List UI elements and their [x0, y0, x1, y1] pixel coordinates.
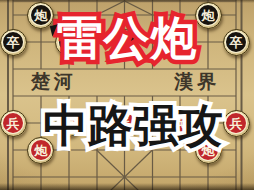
river-label-chu: 楚河: [31, 69, 77, 95]
piece-red-兵[interactable]: 兵: [223, 110, 250, 137]
piece-red-兵[interactable]: 兵: [0, 110, 27, 137]
piece-character: 兵: [3, 113, 23, 133]
piece-black-卒[interactable]: 卒: [0, 29, 27, 56]
subtitle-text: 中路强攻: [43, 99, 223, 152]
piece-character: 炮: [198, 5, 218, 25]
piece-character: 卒: [226, 32, 246, 52]
title-overlay: 雷公炮 雷公炮: [57, 8, 198, 70]
xiangqi-board: 楚河 漢界 炮炮卒卒卒卒卒兵兵兵兵兵炮炮 雷公炮 雷公炮 中路强攻 中路强攻: [0, 0, 254, 190]
piece-black-炮[interactable]: 炮: [195, 2, 222, 29]
subtitle-overlay: 中路强攻 中路强攻: [43, 96, 223, 156]
piece-character: 炮: [31, 5, 51, 25]
river-label-han: 漢界: [174, 69, 220, 95]
piece-black-卒[interactable]: 卒: [223, 29, 250, 56]
piece-character: 兵: [226, 113, 246, 133]
piece-character: 卒: [3, 32, 23, 52]
title-text: 雷公炮: [57, 11, 198, 65]
piece-black-炮[interactable]: 炮: [27, 2, 54, 29]
